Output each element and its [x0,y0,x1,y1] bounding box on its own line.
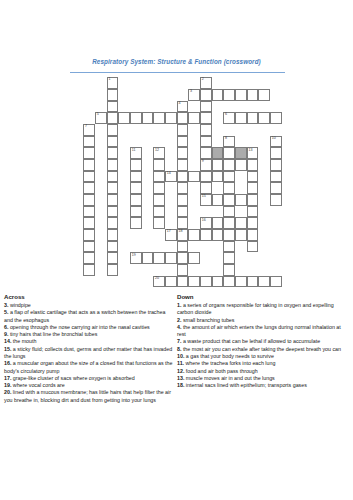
grid-cell-3-4[interactable] [107,124,119,136]
grid-cell-7-9[interactable] [153,182,165,194]
grid-cell-9-10[interactable] [177,194,189,206]
grid-cell-11-2[interactable] [200,101,212,113]
grid-cell-3-0[interactable]: 1 [107,77,119,89]
clue-number-4: 4 [178,102,180,106]
grid-cell-12-12[interactable] [212,217,224,229]
grid-cell-13-7[interactable] [223,159,235,171]
clue-across-3: 3. windpipe [4,302,174,309]
grid-cell-1-9[interactable] [83,182,95,194]
grid-cell-8-13[interactable]: 17 [165,229,177,241]
grid-cell-10-15[interactable] [188,252,200,264]
grid-cell-1-7[interactable] [83,159,95,171]
grid-cell-11-9[interactable] [200,182,212,194]
grid-cell-1-12[interactable] [83,217,95,229]
grid-cell-16-1[interactable] [258,89,270,101]
grid-cell-5-7[interactable] [130,159,142,171]
clue-number-8: 8 [225,137,227,141]
clue-down-13: 13. muscle moves air in and out the lung… [177,375,349,382]
grid-cell-9-7[interactable] [177,159,189,171]
grid-cell-12-1[interactable] [212,89,224,101]
grid-cell-5-11[interactable] [130,206,142,218]
clue-number-1: 1 [108,78,110,82]
grid-cell-10-8[interactable] [188,171,200,183]
grid-cell-13-16[interactable] [223,264,235,276]
grid-cell-6-3[interactable] [142,112,154,124]
grid-cell-3-16[interactable] [107,264,119,276]
grid-cell-14-17[interactable] [235,276,247,288]
clue-number-14: 14 [167,172,171,176]
grid-cell-9-17[interactable] [177,276,189,288]
grid-cell-13-17[interactable] [223,276,235,288]
grid-cell-5-15[interactable]: 19 [130,252,142,264]
grid-cell-3-15[interactable] [107,252,119,264]
clue-down-1: 1. a series of organs responsible for ta… [177,302,349,317]
grid-cell-3-10[interactable] [107,194,119,206]
grid-cell-1-14[interactable] [83,241,95,253]
grid-cell-6-15[interactable] [142,252,154,264]
grid-cell-1-15[interactable] [83,252,95,264]
grid-cell-9-13[interactable]: 18 [177,229,189,241]
grid-cell-15-9[interactable] [247,182,259,194]
grid-cell-14-7[interactable] [235,159,247,171]
grid-cell-12-7[interactable] [212,159,224,171]
shaded-cell-14-6 [235,147,247,159]
grid-cell-1-13[interactable] [83,229,95,241]
grid-cell-17-10[interactable] [270,194,282,206]
grid-cell-7-7[interactable] [153,159,165,171]
grid-cell-9-4[interactable] [177,124,189,136]
clue-across-15: 15. a sticky fluid; collects dust, germs… [4,346,174,361]
grid-cell-15-8[interactable] [247,171,259,183]
grid-cell-14-3[interactable] [235,112,247,124]
clue-down-4: 4. the amount of air which enters the lu… [177,324,349,339]
shaded-cell-12-6 [212,147,224,159]
grid-cell-11-6[interactable] [200,147,212,159]
grid-cell-7-12[interactable] [153,217,165,229]
clue-down-8: 8. the most air you can exhale after tak… [177,346,349,353]
grid-cell-13-10[interactable] [223,194,235,206]
grid-cell-9-6[interactable] [177,147,189,159]
grid-cell-17-6[interactable] [270,147,282,159]
grid-cell-1-16[interactable] [83,264,95,276]
clue-number-9: 9 [202,160,204,164]
clue-across-14: 14. the mouth [4,338,174,345]
grid-cell-15-17[interactable] [247,276,259,288]
grid-cell-9-5[interactable] [177,136,189,148]
clues-across: Across 3. windpipe5. a flap of elastic c… [4,293,174,404]
grid-cell-4-3[interactable] [118,112,130,124]
grid-cell-3-2[interactable] [107,101,119,113]
grid-cell-12-8[interactable] [212,171,224,183]
clue-across-5: 5. a flap of elastic cartilage that acts… [4,309,174,324]
crossword-board: 1291534567810111213141617181920 [0,0,353,295]
grid-cell-7-3[interactable] [153,112,165,124]
grid-cell-11-13[interactable] [200,229,212,241]
grid-cell-7-15[interactable] [153,252,165,264]
grid-cell-3-13[interactable] [107,229,119,241]
grid-cell-10-17[interactable] [188,276,200,288]
clue-number-17: 17 [167,230,171,234]
clue-across-16: 16. a muscular organ about the size of a… [4,360,174,375]
grid-cell-15-10[interactable] [247,194,259,206]
clue-across-17: 17. grape-like cluster of sacs where oxy… [4,375,174,382]
grid-cell-8-3[interactable] [165,112,177,124]
clue-number-18: 18 [178,230,182,234]
grid-cell-15-13[interactable] [247,229,259,241]
grid-cell-1-6[interactable] [83,147,95,159]
grid-cell-13-1[interactable] [223,89,235,101]
grid-cell-13-12[interactable] [223,217,235,229]
grid-cell-3-3[interactable] [107,112,119,124]
grid-cell-11-5[interactable] [200,136,212,148]
grid-cell-15-11[interactable] [247,206,259,218]
clue-across-19: 19. where vocal cords are [4,382,174,389]
grid-cell-17-7[interactable] [270,159,282,171]
clue-across-9: 9. tiny hairs that line the bronchial tu… [4,331,174,338]
grid-cell-9-11[interactable] [177,206,189,218]
grid-cell-11-0[interactable]: 2 [200,77,212,89]
grid-cell-11-3[interactable] [200,112,212,124]
grid-cell-16-17[interactable] [258,276,270,288]
grid-cell-13-13[interactable] [223,229,235,241]
clue-down-2: 2. small branching tubes [177,317,349,324]
grid-cell-12-13[interactable] [212,229,224,241]
grid-cell-5-8[interactable] [130,171,142,183]
grid-cell-14-12[interactable] [235,217,247,229]
grid-cell-9-14[interactable] [177,241,189,253]
grid-cell-13-14[interactable] [223,241,235,253]
clue-number-10: 10 [272,137,276,141]
down-header: Down [177,293,349,301]
grid-cell-5-10[interactable] [130,194,142,206]
clue-number-3: 3 [190,90,192,94]
clue-number-11: 11 [132,149,136,153]
grid-cell-1-5[interactable] [83,136,95,148]
grid-cell-12-10[interactable] [212,194,224,206]
grid-cell-3-5[interactable] [107,136,119,148]
clue-down-10: 10. a gas that your body needs to surviv… [177,353,349,360]
grid-cell-5-9[interactable] [130,182,142,194]
grid-cell-11-7[interactable]: 9 [200,159,212,171]
grid-cell-9-9[interactable] [177,182,189,194]
grid-cell-11-17[interactable] [200,276,212,288]
grid-cell-14-10[interactable] [235,194,247,206]
grid-cell-9-3[interactable] [177,112,189,124]
clue-down-18: 18. internal sacs lined with epithelium;… [177,382,349,389]
grid-cell-3-14[interactable] [107,241,119,253]
grid-cell-17-9[interactable] [270,182,282,194]
grid-cell-13-8[interactable] [223,171,235,183]
grid-cell-17-17[interactable] [270,276,282,288]
grid-cell-15-1[interactable] [247,89,259,101]
clue-number-15: 15 [202,195,206,199]
grid-cell-13-9[interactable] [223,182,235,194]
clue-down-12: 12. food and air both pass through [177,368,349,375]
grid-cell-8-15[interactable] [165,252,177,264]
grid-cell-3-1[interactable] [107,89,119,101]
grid-cell-7-6[interactable]: 12 [153,147,165,159]
grid-cell-5-6[interactable]: 11 [130,147,142,159]
down-clue-list: 1. a series of organs responsible for ta… [177,302,349,390]
grid-cell-10-1[interactable]: 3 [188,89,200,101]
clue-number-7: 7 [85,125,87,129]
clue-down-7: 7. a waste product that can be lethal if… [177,338,349,345]
grid-cell-17-5[interactable]: 10 [270,136,282,148]
grid-cell-3-8[interactable] [107,171,119,183]
across-clue-list: 3. windpipe5. a flap of elastic cartilag… [4,302,174,404]
grid-cell-9-16[interactable] [177,264,189,276]
grid-cell-13-15[interactable] [223,252,235,264]
grid-cell-11-12[interactable]: 16 [200,217,212,229]
grid-cell-3-7[interactable] [107,159,119,171]
grid-cell-1-8[interactable] [83,171,95,183]
clue-across-20: 20. lined with a mucous membrane; has li… [4,389,174,404]
grid-cell-17-8[interactable] [270,171,282,183]
clue-number-16: 16 [202,219,206,223]
clue-number-20: 20 [155,277,159,281]
grid-cell-16-3[interactable] [258,112,270,124]
clue-number-19: 19 [132,254,136,258]
grid-cell-13-11[interactable] [223,206,235,218]
grid-cell-5-12[interactable] [130,217,142,229]
grid-cell-9-12[interactable] [177,217,189,229]
grid-cell-3-6[interactable] [107,147,119,159]
grid-cell-9-8[interactable] [177,171,189,183]
grid-cell-12-17[interactable] [212,276,224,288]
grid-cell-11-4[interactable] [200,124,212,136]
grid-cell-15-14[interactable] [247,241,259,253]
grid-cell-3-12[interactable] [107,217,119,229]
grid-cell-7-8[interactable] [153,171,165,183]
grid-cell-11-10[interactable]: 15 [200,194,212,206]
clue-number-12: 12 [155,149,159,153]
clue-number-2: 2 [202,78,204,82]
across-header: Across [4,293,174,301]
clue-down-11: 11. where the trachea forks into each lu… [177,360,349,367]
grid-cell-13-3[interactable]: 6 [223,112,235,124]
worksheet-page: Respiratory System: Structure & Function… [0,0,353,500]
grid-cell-7-17[interactable]: 20 [153,276,165,288]
grid-cell-1-10[interactable] [83,194,95,206]
grid-cell-11-1[interactable] [200,89,212,101]
grid-cell-15-3[interactable] [247,112,259,124]
grid-cell-1-4[interactable]: 7 [83,124,95,136]
grid-cell-14-1[interactable] [235,89,247,101]
clues-down: Down 1. a series of organs responsible f… [177,293,349,389]
grid-cell-15-12[interactable] [247,217,259,229]
grid-cell-13-5[interactable]: 8 [223,136,235,148]
grid-cell-5-3[interactable] [130,112,142,124]
clue-across-6: 6. opening through the nose carrying air… [4,324,174,331]
grid-cell-2-3[interactable]: 5 [95,112,107,124]
grid-cell-15-6[interactable]: 13 [247,147,259,159]
grid-cell-8-8[interactable]: 14 [165,171,177,183]
grid-cell-3-9[interactable] [107,182,119,194]
grid-cell-9-15[interactable] [177,252,189,264]
grid-cell-8-17[interactable] [165,276,177,288]
grid-cell-7-11[interactable] [153,206,165,218]
grid-cell-14-13[interactable] [235,229,247,241]
clue-number-6: 6 [225,113,227,117]
clue-number-5: 5 [97,113,99,117]
grid-cell-7-10[interactable] [153,194,165,206]
grid-cell-13-6[interactable] [223,147,235,159]
grid-cell-10-3[interactable] [188,112,200,124]
grid-cell-15-7[interactable] [247,159,259,171]
grid-cell-1-11[interactable] [83,206,95,218]
grid-cell-3-11[interactable] [107,206,119,218]
grid-cell-11-8[interactable] [200,171,212,183]
grid-cell-9-2[interactable]: 4 [177,101,189,113]
grid-cell-10-13[interactable] [188,229,200,241]
grid-cell-17-3[interactable] [270,112,282,124]
clue-number-13: 13 [248,149,252,153]
